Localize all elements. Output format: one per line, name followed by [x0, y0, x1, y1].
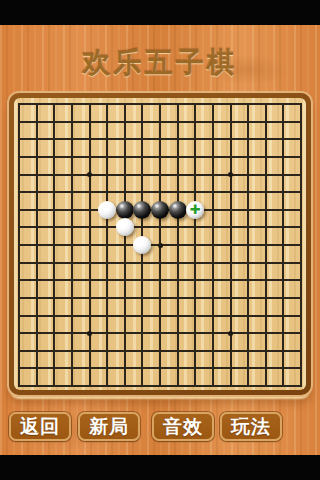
rules-button[interactable]: 玩法: [220, 412, 282, 441]
board-cell[interactable]: [267, 174, 285, 192]
board-cell[interactable]: [125, 298, 143, 316]
board-grid[interactable]: ✚: [18, 103, 302, 387]
board-cell[interactable]: [107, 245, 125, 263]
board-cell[interactable]: [125, 103, 143, 121]
board-cell[interactable]: [54, 298, 72, 316]
board-cell[interactable]: [125, 369, 143, 387]
board-surface: ✚: [14, 98, 306, 390]
board-cell[interactable]: [107, 156, 125, 174]
board-cell[interactable]: [36, 156, 54, 174]
board-cell[interactable]: [284, 245, 302, 263]
board-cell[interactable]: [125, 263, 143, 281]
board-cell[interactable]: [36, 103, 54, 121]
board-cell[interactable]: [71, 245, 89, 263]
status-bar-bottom: [0, 455, 320, 480]
board-cell[interactable]: [267, 245, 285, 263]
star-point: [228, 331, 233, 336]
board-cell[interactable]: [36, 298, 54, 316]
board-cell[interactable]: [54, 121, 72, 139]
board-cell[interactable]: [249, 245, 267, 263]
board-cell[interactable]: [107, 316, 125, 334]
board-cell[interactable]: [249, 263, 267, 281]
board-cell[interactable]: [196, 156, 214, 174]
board-cell[interactable]: [18, 121, 36, 139]
board-cell[interactable]: [267, 156, 285, 174]
board-cell[interactable]: [54, 281, 72, 299]
board-cell[interactable]: [231, 210, 249, 228]
board-cell[interactable]: [178, 139, 196, 157]
board-cell[interactable]: [71, 316, 89, 334]
board-cell[interactable]: [178, 352, 196, 370]
board-cell[interactable]: [160, 156, 178, 174]
board-cell[interactable]: [213, 139, 231, 157]
board-cell[interactable]: [18, 174, 36, 192]
board-cell[interactable]: [213, 103, 231, 121]
board-cell[interactable]: [36, 139, 54, 157]
board-cell[interactable]: [249, 210, 267, 228]
black-stone: [116, 201, 134, 219]
board-cell[interactable]: [125, 352, 143, 370]
board-cell[interactable]: [54, 263, 72, 281]
board-cell[interactable]: [125, 316, 143, 334]
board-cell[interactable]: [142, 139, 160, 157]
board-cell[interactable]: [18, 103, 36, 121]
board-cell[interactable]: [213, 263, 231, 281]
board-cell[interactable]: [89, 245, 107, 263]
board-cell[interactable]: [71, 192, 89, 210]
board-cell[interactable]: [196, 369, 214, 387]
board-cell[interactable]: [89, 281, 107, 299]
board-cell[interactable]: [36, 210, 54, 228]
board-cell[interactable]: [89, 369, 107, 387]
board-cell[interactable]: [18, 192, 36, 210]
board-cell[interactable]: [142, 281, 160, 299]
app-screen: 欢乐五子棋 ✚ 返回 新局 音效 玩法: [0, 0, 320, 480]
board-cell[interactable]: [284, 263, 302, 281]
board-cell[interactable]: [178, 156, 196, 174]
board-cell[interactable]: [249, 227, 267, 245]
star-point: [87, 172, 92, 177]
board-cell[interactable]: [178, 263, 196, 281]
board-cell[interactable]: [267, 281, 285, 299]
black-stone: [151, 201, 169, 219]
board-cell[interactable]: [213, 281, 231, 299]
board-cell[interactable]: [71, 103, 89, 121]
board-cell[interactable]: [231, 103, 249, 121]
board-cell[interactable]: [267, 103, 285, 121]
board-cell[interactable]: [196, 174, 214, 192]
board-cell[interactable]: [160, 139, 178, 157]
board-cell[interactable]: [267, 334, 285, 352]
board-cell[interactable]: [125, 139, 143, 157]
board-cell[interactable]: [54, 334, 72, 352]
board-cell[interactable]: [267, 210, 285, 228]
board-cell[interactable]: [54, 139, 72, 157]
board-cell[interactable]: [284, 227, 302, 245]
board-cell[interactable]: [249, 334, 267, 352]
back-button[interactable]: 返回: [9, 412, 71, 441]
board-cell[interactable]: [107, 352, 125, 370]
board-cell[interactable]: [107, 334, 125, 352]
board-cell[interactable]: [178, 103, 196, 121]
board-cell[interactable]: [54, 227, 72, 245]
star-point: [158, 243, 163, 248]
board-cell[interactable]: [267, 316, 285, 334]
board-cell[interactable]: [71, 281, 89, 299]
board-cell[interactable]: [54, 352, 72, 370]
board-cell[interactable]: [54, 316, 72, 334]
board-cell[interactable]: [89, 156, 107, 174]
board-cell[interactable]: [18, 298, 36, 316]
board-cell[interactable]: [284, 121, 302, 139]
board-cell[interactable]: [231, 174, 249, 192]
board-cell[interactable]: [284, 103, 302, 121]
board-cell[interactable]: [249, 352, 267, 370]
board-cell[interactable]: [160, 263, 178, 281]
board-cell[interactable]: [249, 192, 267, 210]
board-cell[interactable]: [196, 334, 214, 352]
board-cell[interactable]: [231, 156, 249, 174]
board-cell[interactable]: [231, 281, 249, 299]
board-cell[interactable]: [196, 139, 214, 157]
board-cell[interactable]: [36, 316, 54, 334]
white-stone: [98, 201, 116, 219]
board-cell[interactable]: [231, 369, 249, 387]
board-cell[interactable]: [249, 103, 267, 121]
board-cell[interactable]: [125, 281, 143, 299]
board-frame: ✚: [9, 93, 311, 395]
board-cell[interactable]: [213, 210, 231, 228]
board-cell[interactable]: [71, 227, 89, 245]
board-cell[interactable]: [142, 298, 160, 316]
status-bar-top: [0, 0, 320, 25]
board-cell[interactable]: [107, 369, 125, 387]
board-cell[interactable]: [196, 316, 214, 334]
board-cell[interactable]: [71, 174, 89, 192]
board-cell[interactable]: [142, 121, 160, 139]
board-cell[interactable]: [107, 174, 125, 192]
board-cell[interactable]: [196, 281, 214, 299]
board-cell[interactable]: [249, 298, 267, 316]
board-cell[interactable]: [36, 281, 54, 299]
board-cell[interactable]: [54, 103, 72, 121]
board-cell[interactable]: [160, 352, 178, 370]
board-cell[interactable]: [284, 334, 302, 352]
board-cell[interactable]: [284, 369, 302, 387]
board-cell[interactable]: [89, 103, 107, 121]
board-cell[interactable]: [71, 369, 89, 387]
board-cell[interactable]: [36, 121, 54, 139]
board-cell[interactable]: [178, 334, 196, 352]
board-cell[interactable]: [18, 316, 36, 334]
app-title: 欢乐五子棋: [0, 44, 320, 82]
board-cell[interactable]: [249, 369, 267, 387]
board-cell[interactable]: [231, 121, 249, 139]
board-cell[interactable]: [284, 210, 302, 228]
board-cell[interactable]: [36, 352, 54, 370]
board-cell[interactable]: [160, 369, 178, 387]
board-cell[interactable]: [160, 334, 178, 352]
board-cell[interactable]: [160, 281, 178, 299]
board-cell[interactable]: [196, 245, 214, 263]
board-cell[interactable]: [213, 245, 231, 263]
board-cell[interactable]: [196, 298, 214, 316]
board-cell[interactable]: [249, 121, 267, 139]
board-cell[interactable]: [284, 174, 302, 192]
board-cell[interactable]: [18, 156, 36, 174]
board-cell[interactable]: [160, 245, 178, 263]
board-cell[interactable]: [213, 227, 231, 245]
sound-button[interactable]: 音效: [152, 412, 214, 441]
board-cell[interactable]: [18, 210, 36, 228]
board-cell[interactable]: [18, 245, 36, 263]
board-cell[interactable]: [284, 316, 302, 334]
board-cell[interactable]: [142, 174, 160, 192]
board-cell[interactable]: [71, 263, 89, 281]
board-cell[interactable]: [267, 227, 285, 245]
board-cell[interactable]: [36, 334, 54, 352]
board-cell[interactable]: [284, 192, 302, 210]
board-cell[interactable]: [36, 369, 54, 387]
board-cell[interactable]: [107, 263, 125, 281]
board-cell[interactable]: [54, 174, 72, 192]
board-cell[interactable]: [107, 281, 125, 299]
new-game-button[interactable]: 新局: [78, 412, 140, 441]
board-cell[interactable]: [284, 156, 302, 174]
board-cell[interactable]: [267, 263, 285, 281]
board-cell[interactable]: [18, 334, 36, 352]
star-point: [87, 331, 92, 336]
board-cell[interactable]: [18, 263, 36, 281]
board-cell[interactable]: [231, 352, 249, 370]
board-cell[interactable]: [125, 121, 143, 139]
board-cell[interactable]: [249, 156, 267, 174]
board-cell[interactable]: [267, 298, 285, 316]
board-cell[interactable]: [89, 227, 107, 245]
board-cell[interactable]: [231, 298, 249, 316]
board-cell[interactable]: [284, 298, 302, 316]
board-cell[interactable]: [160, 316, 178, 334]
board-cell[interactable]: [36, 263, 54, 281]
board-cell[interactable]: [54, 245, 72, 263]
board-cell[interactable]: [71, 298, 89, 316]
board-cell[interactable]: [54, 369, 72, 387]
board-cell[interactable]: [142, 263, 160, 281]
board-cell[interactable]: [249, 174, 267, 192]
board-cell[interactable]: [213, 369, 231, 387]
board-cell[interactable]: [89, 263, 107, 281]
board-cell[interactable]: [231, 334, 249, 352]
board-cell[interactable]: [36, 227, 54, 245]
board-cell[interactable]: [231, 316, 249, 334]
board-cell[interactable]: [89, 174, 107, 192]
board-cell[interactable]: [125, 334, 143, 352]
board-cell[interactable]: [231, 227, 249, 245]
board-cell[interactable]: [213, 121, 231, 139]
board-cell[interactable]: [89, 139, 107, 157]
board-cell[interactable]: [89, 334, 107, 352]
board-cell[interactable]: [107, 121, 125, 139]
board-cell[interactable]: [142, 103, 160, 121]
black-stone: [169, 201, 187, 219]
board-cell[interactable]: [178, 316, 196, 334]
star-point: [228, 172, 233, 177]
board-cell[interactable]: [125, 174, 143, 192]
board-cell[interactable]: [71, 334, 89, 352]
board-cell[interactable]: [160, 121, 178, 139]
board-cell[interactable]: [213, 334, 231, 352]
board-cell[interactable]: [107, 139, 125, 157]
board-cell[interactable]: [267, 352, 285, 370]
board-cell[interactable]: [18, 281, 36, 299]
board-cell[interactable]: [89, 121, 107, 139]
board-cell[interactable]: [231, 245, 249, 263]
board-cell[interactable]: [249, 281, 267, 299]
board-cell[interactable]: [36, 192, 54, 210]
board-cell[interactable]: [18, 139, 36, 157]
board-cell[interactable]: [89, 298, 107, 316]
board-cell[interactable]: [160, 103, 178, 121]
board-cell[interactable]: [213, 192, 231, 210]
board-cell[interactable]: [267, 139, 285, 157]
board-cell[interactable]: [160, 174, 178, 192]
board-cell[interactable]: [18, 352, 36, 370]
board-cell[interactable]: [71, 156, 89, 174]
board-cell[interactable]: [54, 210, 72, 228]
board-cell[interactable]: [267, 369, 285, 387]
board-cell[interactable]: [178, 121, 196, 139]
board-cell[interactable]: [71, 121, 89, 139]
board-cell[interactable]: [71, 139, 89, 157]
board-cell[interactable]: [125, 156, 143, 174]
board-cell[interactable]: [160, 227, 178, 245]
board-cell[interactable]: [107, 103, 125, 121]
board-cell[interactable]: [213, 298, 231, 316]
board-cell[interactable]: [284, 352, 302, 370]
board-cell[interactable]: [89, 316, 107, 334]
board-cell[interactable]: [71, 352, 89, 370]
board-cell[interactable]: [142, 369, 160, 387]
board-cell[interactable]: [196, 263, 214, 281]
board-cell[interactable]: [178, 369, 196, 387]
board-cell[interactable]: [213, 352, 231, 370]
board-cell[interactable]: [142, 156, 160, 174]
board-cell[interactable]: [18, 369, 36, 387]
board-cell[interactable]: [267, 121, 285, 139]
board-cell[interactable]: [71, 210, 89, 228]
board-cell[interactable]: [284, 281, 302, 299]
board-cell[interactable]: [142, 334, 160, 352]
board-cell[interactable]: [249, 139, 267, 157]
board-cell[interactable]: [196, 103, 214, 121]
board-cell[interactable]: [178, 174, 196, 192]
board-cell[interactable]: [54, 192, 72, 210]
board-cell[interactable]: [54, 156, 72, 174]
last-move-marker: ✚: [186, 201, 204, 219]
board-cell[interactable]: [142, 352, 160, 370]
board-cell[interactable]: [196, 352, 214, 370]
board-cell[interactable]: [107, 298, 125, 316]
board-cell[interactable]: [249, 316, 267, 334]
board-cell[interactable]: [142, 316, 160, 334]
board-cell[interactable]: [178, 245, 196, 263]
board-cell[interactable]: [178, 227, 196, 245]
board-cell[interactable]: [231, 192, 249, 210]
board-cell[interactable]: [160, 298, 178, 316]
board-cell[interactable]: [18, 227, 36, 245]
board-cell[interactable]: [231, 139, 249, 157]
green-cross-icon: ✚: [190, 203, 201, 216]
board-cell[interactable]: [267, 192, 285, 210]
board-cell[interactable]: [231, 263, 249, 281]
board-cell[interactable]: [89, 352, 107, 370]
board-cell[interactable]: [196, 121, 214, 139]
board-cell[interactable]: [36, 174, 54, 192]
board-cell[interactable]: [178, 298, 196, 316]
board-cell[interactable]: [178, 281, 196, 299]
board-cell[interactable]: [196, 227, 214, 245]
board-cell[interactable]: [36, 245, 54, 263]
board-cell[interactable]: [284, 139, 302, 157]
